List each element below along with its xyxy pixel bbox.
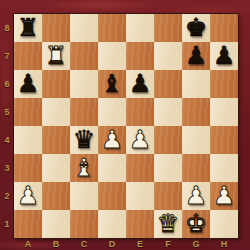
square-f4[interactable] [154,126,182,154]
piece-white-pawn-g2[interactable]: ♟ [182,182,210,210]
piece-black-pawn-g7[interactable]: ♟ [182,42,210,70]
piece-black-bishop-d6[interactable]: ♝ [98,70,126,98]
square-d1[interactable] [98,210,126,238]
piece-black-rook-a8[interactable]: ♜ [14,14,42,42]
square-c4[interactable]: ♛ [70,126,98,154]
square-a4[interactable] [14,126,42,154]
piece-white-rook-b7[interactable]: ♜ [42,42,70,70]
square-f6[interactable] [154,70,182,98]
square-h6[interactable] [210,70,238,98]
rank-labels: 87654321 [0,14,14,238]
square-e3[interactable] [126,154,154,182]
square-b5[interactable] [42,98,70,126]
square-f7[interactable] [154,42,182,70]
rank-label-5: 5 [0,98,14,126]
square-b4[interactable] [42,126,70,154]
file-label-f: F [154,237,182,250]
piece-white-bishop-c3[interactable]: ♝ [70,154,98,182]
square-g3[interactable] [182,154,210,182]
square-e4[interactable]: ♟ [126,126,154,154]
square-c8[interactable] [70,14,98,42]
square-f5[interactable] [154,98,182,126]
piece-black-queen-c4[interactable]: ♛ [70,126,98,154]
chess-diagram: 87654321 ♜♚♜♟♟♟♝♟♛♟♟♝♟♟♟♛♚ ABCDEFGH [0,0,250,250]
square-h7[interactable]: ♟ [210,42,238,70]
square-d5[interactable] [98,98,126,126]
file-label-g: G [182,237,210,250]
rank-label-1: 1 [0,210,14,238]
square-g8[interactable]: ♚ [182,14,210,42]
square-h4[interactable] [210,126,238,154]
square-g5[interactable] [182,98,210,126]
square-f3[interactable] [154,154,182,182]
square-e6[interactable]: ♟ [126,70,154,98]
square-d8[interactable] [98,14,126,42]
square-e1[interactable] [126,210,154,238]
file-label-a: A [14,237,42,250]
square-e2[interactable] [126,182,154,210]
square-d7[interactable] [98,42,126,70]
file-label-h: H [210,237,238,250]
square-h8[interactable] [210,14,238,42]
square-c2[interactable] [70,182,98,210]
square-d2[interactable] [98,182,126,210]
file-labels: ABCDEFGH [14,237,238,250]
square-f8[interactable] [154,14,182,42]
piece-black-pawn-h7[interactable]: ♟ [210,42,238,70]
square-e7[interactable] [126,42,154,70]
square-c3[interactable]: ♝ [70,154,98,182]
piece-black-king-g8[interactable]: ♚ [182,14,210,42]
piece-black-pawn-a6[interactable]: ♟ [14,70,42,98]
square-g7[interactable]: ♟ [182,42,210,70]
square-d6[interactable]: ♝ [98,70,126,98]
rank-label-2: 2 [0,182,14,210]
square-e8[interactable] [126,14,154,42]
piece-white-king-g1[interactable]: ♚ [182,210,210,238]
square-h2[interactable]: ♟ [210,182,238,210]
rank-label-8: 8 [0,14,14,42]
square-b2[interactable] [42,182,70,210]
square-h1[interactable] [210,210,238,238]
piece-white-queen-f1[interactable]: ♛ [154,210,182,238]
square-a6[interactable]: ♟ [14,70,42,98]
square-b7[interactable]: ♜ [42,42,70,70]
square-c5[interactable] [70,98,98,126]
chess-board[interactable]: ♜♚♜♟♟♟♝♟♛♟♟♝♟♟♟♛♚ [14,14,238,238]
square-g1[interactable]: ♚ [182,210,210,238]
square-d3[interactable] [98,154,126,182]
square-e5[interactable] [126,98,154,126]
square-a3[interactable] [14,154,42,182]
rank-label-7: 7 [0,42,14,70]
square-h3[interactable] [210,154,238,182]
square-c1[interactable] [70,210,98,238]
piece-white-pawn-e4[interactable]: ♟ [126,126,154,154]
rank-label-3: 3 [0,154,14,182]
rank-label-4: 4 [0,126,14,154]
piece-white-pawn-a2[interactable]: ♟ [14,182,42,210]
file-label-c: C [70,237,98,250]
square-c6[interactable] [70,70,98,98]
square-b3[interactable] [42,154,70,182]
square-a7[interactable] [14,42,42,70]
square-c7[interactable] [70,42,98,70]
rank-label-6: 6 [0,70,14,98]
file-label-e: E [126,237,154,250]
piece-white-pawn-d4[interactable]: ♟ [98,126,126,154]
square-a2[interactable]: ♟ [14,182,42,210]
file-label-b: B [42,237,70,250]
file-label-d: D [98,237,126,250]
square-a1[interactable] [14,210,42,238]
square-b1[interactable] [42,210,70,238]
square-h5[interactable] [210,98,238,126]
square-b8[interactable] [42,14,70,42]
square-b6[interactable] [42,70,70,98]
square-a5[interactable] [14,98,42,126]
square-g4[interactable] [182,126,210,154]
square-a8[interactable]: ♜ [14,14,42,42]
square-g6[interactable] [182,70,210,98]
piece-white-pawn-h2[interactable]: ♟ [210,182,238,210]
square-d4[interactable]: ♟ [98,126,126,154]
piece-black-pawn-e6[interactable]: ♟ [126,70,154,98]
square-g2[interactable]: ♟ [182,182,210,210]
square-f2[interactable] [154,182,182,210]
square-f1[interactable]: ♛ [154,210,182,238]
